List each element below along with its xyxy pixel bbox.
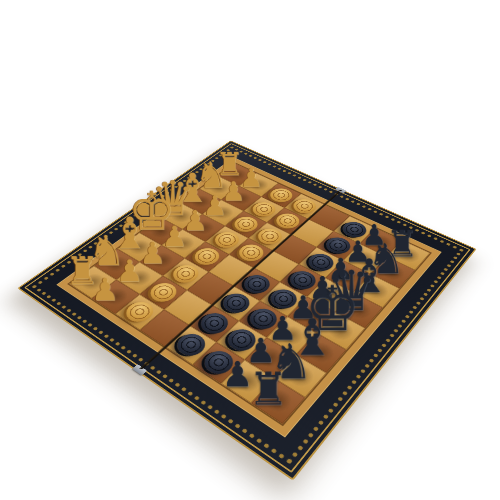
scene: ♜♟♟♜♞♟♟♞♝♟♟♝♛♟♟♛♚♟♟♚♝♟♟♝♞♟♟♞♜♟♟♜: [0, 0, 500, 500]
white-draughts-disc-b3[interactable]: [248, 200, 280, 220]
square-h3[interactable]: [115, 294, 164, 330]
chessboard: ♜♟♟♜♞♟♟♞♝♟♟♝♛♟♟♛♚♟♟♚♝♟♟♝♞♟♟♞♜♟♟♜: [17, 140, 476, 480]
white-draughts-disc-a3[interactable]: [266, 186, 297, 205]
white-draughts-disc-f3[interactable]: [168, 262, 203, 287]
square-b5[interactable]: [291, 219, 333, 247]
white-pawn-h2[interactable]: ♟: [91, 274, 119, 305]
photo-canvas: ♜♟♟♜♞♟♟♞♝♟♟♝♛♟♟♛♚♟♟♚♝♟♟♝♞♟♟♞♜♟♟♜: [0, 0, 500, 500]
white-pawn-f2[interactable]: ♟: [139, 238, 165, 267]
board-field: ♜♟♟♜♞♟♟♞♝♟♟♝♛♟♟♛♚♟♟♚♝♟♟♝♞♟♟♞♜♟♟♜: [69, 163, 430, 424]
black-rook-h8[interactable]: ♜: [248, 367, 288, 412]
white-draughts-disc-e3[interactable]: [190, 245, 224, 268]
board-margin: ♜♟♟♜♞♟♟♞♝♟♟♝♛♟♟♛♚♟♟♚♝♟♟♝♞♟♟♞♜♟♟♜: [56, 157, 441, 437]
white-pawn-g2[interactable]: ♟: [116, 256, 143, 286]
square-a3[interactable]: [261, 183, 301, 208]
